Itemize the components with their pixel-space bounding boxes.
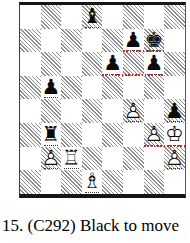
spellcheck-squiggle — [123, 50, 164, 52]
square-d8: ♝ — [82, 5, 103, 29]
square-h8 — [164, 5, 185, 29]
diagram-page: ♝♟♚♟♟♟♟♙♟♜♟♙♚♔♟♙♜♖♟♙♝♗ 15. (C292) Black … — [0, 0, 190, 236]
square-a6 — [20, 52, 41, 76]
white-rook: ♜♖ — [61, 147, 82, 171]
spellcheck-squiggle — [144, 145, 185, 147]
square-b7 — [41, 29, 62, 53]
square-e5 — [102, 76, 123, 100]
square-c6 — [61, 52, 82, 76]
white-pawn: ♟♙ — [123, 99, 144, 123]
square-c5 — [61, 76, 82, 100]
square-e1 — [102, 170, 123, 194]
square-a4 — [20, 99, 41, 123]
square-e7 — [102, 29, 123, 53]
square-d3 — [82, 123, 103, 147]
square-b4 — [41, 99, 62, 123]
square-c2: ♜♖ — [61, 147, 82, 171]
square-a5 — [20, 76, 41, 100]
square-b8 — [41, 5, 62, 29]
square-e4 — [102, 99, 123, 123]
square-d4 — [82, 99, 103, 123]
square-g3: ♟♙ — [144, 123, 165, 147]
white-bishop: ♝♗ — [82, 170, 103, 194]
square-b1 — [41, 170, 62, 194]
white-king: ♚♔ — [164, 123, 185, 147]
square-b6 — [41, 52, 62, 76]
white-pawn: ♟♙ — [41, 147, 62, 171]
square-g7: ♚ — [144, 29, 165, 53]
square-f1 — [123, 170, 144, 194]
black-pawn: ♟ — [123, 29, 144, 53]
square-c3 — [61, 123, 82, 147]
square-h3: ♚♔ — [164, 123, 185, 147]
square-e2 — [102, 147, 123, 171]
square-e3 — [102, 123, 123, 147]
square-f5 — [123, 76, 144, 100]
black-king: ♚ — [144, 29, 165, 53]
square-d2 — [82, 147, 103, 171]
square-d7 — [82, 29, 103, 53]
square-g4 — [144, 99, 165, 123]
board-grid: ♝♟♚♟♟♟♟♙♟♜♟♙♚♔♟♙♜♖♟♙♝♗ — [20, 5, 185, 194]
square-h6 — [164, 52, 185, 76]
square-c7 — [61, 29, 82, 53]
square-g2 — [144, 147, 165, 171]
square-a1 — [20, 170, 41, 194]
square-c4 — [61, 99, 82, 123]
square-e6: ♟ — [102, 52, 123, 76]
chess-board: ♝♟♚♟♟♟♟♙♟♜♟♙♚♔♟♙♜♖♟♙♝♗ — [19, 2, 186, 198]
square-a7 — [20, 29, 41, 53]
square-g1 — [144, 170, 165, 194]
square-h5 — [164, 76, 185, 100]
square-h2: ♟♙ — [164, 147, 185, 171]
square-d5 — [82, 76, 103, 100]
square-f7: ♟ — [123, 29, 144, 53]
black-pawn: ♟ — [102, 52, 123, 76]
square-f2 — [123, 147, 144, 171]
square-g5 — [144, 76, 165, 100]
square-b2: ♟♙ — [41, 147, 62, 171]
square-f4: ♟♙ — [123, 99, 144, 123]
square-a3 — [20, 123, 41, 147]
square-f8 — [123, 5, 144, 29]
diagram-caption: 15. (C292) Black to move — [2, 216, 190, 236]
square-h4: ♟ — [164, 99, 185, 123]
white-pawn: ♟♙ — [144, 123, 165, 147]
black-pawn: ♟ — [41, 76, 62, 100]
black-pawn: ♟ — [164, 99, 185, 123]
square-g8 — [144, 5, 165, 29]
spellcheck-squiggle — [102, 74, 164, 76]
square-g6: ♟ — [144, 52, 165, 76]
white-pawn: ♟♙ — [164, 147, 185, 171]
square-a8 — [20, 5, 41, 29]
square-h7 — [164, 29, 185, 53]
square-d1: ♝♗ — [82, 170, 103, 194]
square-b5: ♟ — [41, 76, 62, 100]
square-c8 — [61, 5, 82, 29]
square-f3 — [123, 123, 144, 147]
black-rook: ♜ — [41, 123, 62, 147]
black-pawn: ♟ — [144, 52, 165, 76]
square-d6 — [82, 52, 103, 76]
square-a2 — [20, 147, 41, 171]
square-f6 — [123, 52, 144, 76]
square-h1 — [164, 170, 185, 194]
black-bishop: ♝ — [82, 5, 103, 29]
square-b3: ♜ — [41, 123, 62, 147]
square-c1 — [61, 170, 82, 194]
square-e8 — [102, 5, 123, 29]
